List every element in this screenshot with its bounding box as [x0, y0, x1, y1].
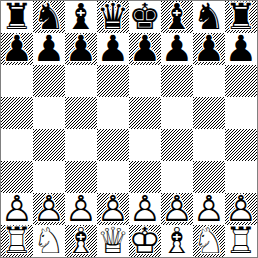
white-piece-outline: ♘: [193, 225, 225, 257]
square-d7[interactable]: ♟: [97, 33, 129, 65]
square-e6[interactable]: [129, 65, 161, 97]
square-c7[interactable]: ♟: [65, 33, 97, 65]
square-c6[interactable]: [65, 65, 97, 97]
square-f4[interactable]: [161, 129, 193, 161]
black-piece-glyph: ♟: [193, 33, 225, 65]
white-piece-outline: ♖: [1, 225, 33, 257]
square-c1[interactable]: ♝♗: [65, 225, 97, 257]
piece-white-rook: ♜♖: [1, 225, 33, 257]
square-b1[interactable]: ♞♘: [33, 225, 65, 257]
white-piece-outline: ♕: [97, 225, 129, 257]
square-b7[interactable]: ♟: [33, 33, 65, 65]
chess-board: ♜♞♝♛♚♝♞♜♟♟♟♟♟♟♟♟♟♙♟♙♟♙♟♙♟♙♟♙♟♙♟♙♜♖♞♘♝♗♛♕…: [1, 1, 257, 257]
square-a1[interactable]: ♜♖: [1, 225, 33, 257]
square-e5[interactable]: [129, 97, 161, 129]
square-b6[interactable]: [33, 65, 65, 97]
black-piece-glyph: ♟: [97, 33, 129, 65]
black-piece-glyph: ♟: [65, 33, 97, 65]
square-b4[interactable]: [33, 129, 65, 161]
square-d1[interactable]: ♛♕: [97, 225, 129, 257]
square-g6[interactable]: [193, 65, 225, 97]
square-f5[interactable]: [161, 97, 193, 129]
white-piece-outline: ♗: [65, 225, 97, 257]
white-piece-outline: ♗: [161, 225, 193, 257]
piece-white-king: ♚♔: [129, 225, 161, 257]
piece-white-rook: ♜♖: [225, 225, 257, 257]
square-d4[interactable]: [97, 129, 129, 161]
piece-black-pawn: ♟: [129, 33, 161, 65]
square-g7[interactable]: ♟: [193, 33, 225, 65]
black-piece-glyph: ♟: [33, 33, 65, 65]
black-piece-glyph: ♟: [1, 33, 33, 65]
white-piece-outline: ♔: [129, 225, 161, 257]
piece-black-pawn: ♟: [65, 33, 97, 65]
square-a7[interactable]: ♟: [1, 33, 33, 65]
square-h4[interactable]: [225, 129, 257, 161]
square-e1[interactable]: ♚♔: [129, 225, 161, 257]
square-h1[interactable]: ♜♖: [225, 225, 257, 257]
square-g5[interactable]: [193, 97, 225, 129]
piece-black-pawn: ♟: [225, 33, 257, 65]
square-f6[interactable]: [161, 65, 193, 97]
square-g4[interactable]: [193, 129, 225, 161]
square-d6[interactable]: [97, 65, 129, 97]
square-e4[interactable]: [129, 129, 161, 161]
white-piece-outline: ♘: [33, 225, 65, 257]
square-a5[interactable]: [1, 97, 33, 129]
square-c5[interactable]: [65, 97, 97, 129]
black-piece-glyph: ♟: [129, 33, 161, 65]
piece-black-pawn: ♟: [1, 33, 33, 65]
piece-black-pawn: ♟: [97, 33, 129, 65]
piece-white-bishop: ♝♗: [161, 225, 193, 257]
piece-white-knight: ♞♘: [33, 225, 65, 257]
square-h6[interactable]: [225, 65, 257, 97]
square-g1[interactable]: ♞♘: [193, 225, 225, 257]
square-a6[interactable]: [1, 65, 33, 97]
square-f1[interactable]: ♝♗: [161, 225, 193, 257]
square-d5[interactable]: [97, 97, 129, 129]
chess-board-frame: ♜♞♝♛♚♝♞♜♟♟♟♟♟♟♟♟♟♙♟♙♟♙♟♙♟♙♟♙♟♙♟♙♜♖♞♘♝♗♛♕…: [0, 0, 258, 258]
piece-white-knight: ♞♘: [193, 225, 225, 257]
piece-black-pawn: ♟: [161, 33, 193, 65]
black-piece-glyph: ♟: [161, 33, 193, 65]
piece-black-pawn: ♟: [33, 33, 65, 65]
white-piece-outline: ♖: [225, 225, 257, 257]
square-a4[interactable]: [1, 129, 33, 161]
square-e7[interactable]: ♟: [129, 33, 161, 65]
square-c4[interactable]: [65, 129, 97, 161]
square-f7[interactable]: ♟: [161, 33, 193, 65]
piece-black-pawn: ♟: [193, 33, 225, 65]
square-b5[interactable]: [33, 97, 65, 129]
piece-white-queen: ♛♕: [97, 225, 129, 257]
square-h7[interactable]: ♟: [225, 33, 257, 65]
black-piece-glyph: ♟: [225, 33, 257, 65]
piece-white-bishop: ♝♗: [65, 225, 97, 257]
square-h5[interactable]: [225, 97, 257, 129]
